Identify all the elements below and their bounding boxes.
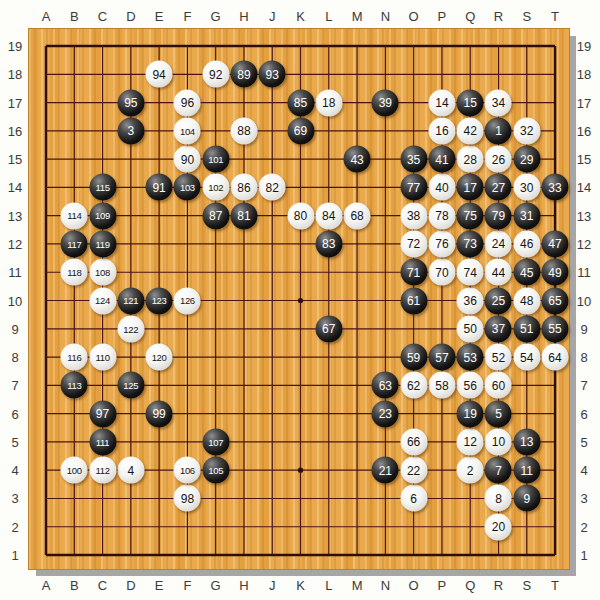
move-number: 84 [322,210,335,222]
coordinate-label: F [183,578,191,593]
move-number: 10 [492,436,505,448]
stone-white[interactable]: 64 [542,344,569,371]
coordinate-label: E [155,578,164,593]
stone-black[interactable]: 53 [457,344,484,371]
coordinate-label: 6 [11,406,18,421]
move-number: 121 [123,296,138,306]
move-number: 56 [464,379,477,391]
move-number: 57 [435,351,448,363]
stone-white[interactable]: 34 [485,89,512,116]
stone-white[interactable]: 48 [513,287,540,314]
stone-white[interactable]: 38 [400,202,427,229]
move-number: 54 [520,351,533,363]
move-number: 70 [435,266,448,278]
stone-white[interactable]: 16 [428,117,455,144]
coordinate-label: Q [465,578,475,593]
move-number: 97 [96,408,109,420]
move-number: 115 [95,183,109,193]
move-number: 21 [379,464,392,476]
stone-black[interactable]: 83 [315,230,342,257]
stone-black[interactable]: 99 [146,400,173,427]
move-number: 43 [350,153,363,165]
stone-white[interactable]: 112 [89,457,116,484]
coordinate-label: 19 [8,39,22,54]
move-number: 126 [180,296,195,306]
stone-black[interactable]: 13 [513,428,540,455]
move-number: 61 [407,295,420,307]
move-number: 13 [520,436,533,448]
stone-black[interactable]: 109 [89,202,116,229]
stone-black[interactable]: 111 [89,428,116,455]
stone-white[interactable]: 12 [457,428,484,455]
move-number: 94 [152,68,165,80]
stone-white[interactable]: 100 [61,457,88,484]
move-number: 64 [548,351,561,363]
stone-black[interactable]: 7 [485,457,512,484]
coordinate-label: J [269,9,276,24]
stone-black[interactable]: 37 [485,315,512,342]
stone-white[interactable]: 46 [513,230,540,257]
stone-black[interactable]: 107 [202,428,229,455]
stone-black[interactable]: 35 [400,146,427,173]
move-number: 91 [152,181,165,193]
move-number: 25 [492,295,505,307]
move-number: 86 [237,181,250,193]
move-number: 29 [520,153,533,165]
move-number: 60 [492,379,505,391]
move-number: 40 [435,181,448,193]
coordinate-label: 6 [580,406,587,421]
stone-white[interactable]: 126 [174,287,201,314]
stone-white[interactable]: 18 [315,89,342,116]
move-number: 36 [464,295,477,307]
stone-white[interactable]: 50 [457,315,484,342]
coordinate-label: 1 [580,548,587,563]
coordinate-label: 2 [580,519,587,534]
move-number: 125 [123,381,138,391]
coordinate-label: 15 [577,152,591,167]
move-number: 92 [209,68,222,80]
stone-black[interactable]: 19 [457,400,484,427]
stone-white[interactable]: 58 [428,372,455,399]
stone-white[interactable]: 8 [485,485,512,512]
stone-white[interactable]: 110 [89,344,116,371]
coordinate-label: 14 [8,180,22,195]
move-number: 102 [208,183,223,193]
stone-white[interactable]: 70 [428,259,455,286]
move-number: 41 [435,153,448,165]
stone-black[interactable]: 9 [513,485,540,512]
move-number: 79 [492,210,505,222]
move-number: 2 [467,464,474,476]
move-number: 26 [492,153,505,165]
coordinate-label: 19 [577,39,591,54]
coordinate-label: R [494,9,503,24]
move-number: 118 [67,267,81,277]
coordinate-label: S [522,578,531,593]
stone-white[interactable]: 4 [117,457,144,484]
coordinate-label: K [296,9,305,24]
move-number: 28 [464,153,477,165]
stone-black[interactable]: 45 [513,259,540,286]
move-number: 83 [322,238,335,250]
coordinate-label: A [42,9,51,24]
stone-white[interactable]: 40 [428,174,455,201]
stone-black[interactable]: 43 [344,146,371,173]
coordinate-label: L [325,578,332,593]
stone-white[interactable]: 90 [174,146,201,173]
stone-black[interactable]: 25 [485,287,512,314]
stone-white[interactable]: 30 [513,174,540,201]
stone-black[interactable]: 77 [400,174,427,201]
stone-black[interactable]: 23 [372,400,399,427]
coordinate-label: C [98,9,107,24]
stone-black[interactable]: 121 [117,287,144,314]
move-number: 89 [237,68,250,80]
move-number: 71 [407,266,420,278]
stone-white[interactable]: 80 [287,202,314,229]
stone-white[interactable]: 76 [428,230,455,257]
coordinate-label: N [381,578,390,593]
stone-white[interactable]: 10 [485,428,512,455]
coordinate-label: H [239,9,248,24]
stone-white[interactable]: 116 [61,344,88,371]
coordinate-label: H [239,578,248,593]
move-number: 16 [435,125,448,137]
stone-white[interactable]: 78 [428,202,455,229]
stone-white[interactable]: 94 [146,61,173,88]
coordinate-label: F [183,9,191,24]
stone-black[interactable]: 65 [542,287,569,314]
coordinate-label: 9 [11,321,18,336]
stone-black[interactable]: 81 [230,202,257,229]
coordinate-label: 16 [577,123,591,138]
stone-black[interactable]: 63 [372,372,399,399]
stone-black[interactable]: 117 [61,230,88,257]
move-number: 47 [548,238,561,250]
stone-black[interactable]: 69 [287,117,314,144]
coordinate-label: 12 [577,236,591,251]
stone-white[interactable]: 72 [400,230,427,257]
stone-white[interactable]: 122 [117,315,144,342]
move-number: 90 [181,153,194,165]
move-number: 20 [492,521,505,533]
move-number: 5 [495,408,502,420]
stone-white[interactable]: 32 [513,117,540,144]
stone-white[interactable]: 24 [485,230,512,257]
stone-black[interactable]: 5 [485,400,512,427]
move-number: 31 [520,210,533,222]
stone-black[interactable]: 85 [287,89,314,116]
move-number: 4 [127,464,134,476]
stone-white[interactable]: 114 [61,202,88,229]
move-number: 100 [67,465,82,475]
coordinate-label: 1 [11,548,18,563]
coordinate-label: D [126,9,135,24]
move-number: 38 [407,210,420,222]
coordinate-label: K [296,578,305,593]
stone-white[interactable]: 14 [428,89,455,116]
stone-black[interactable]: 113 [61,372,88,399]
move-number: 117 [67,239,81,249]
move-number: 69 [294,125,307,137]
stone-black[interactable]: 11 [513,457,540,484]
coordinate-label: 7 [580,378,587,393]
stone-black[interactable]: 1 [485,117,512,144]
coordinate-label: E [155,9,164,24]
move-number: 48 [520,295,533,307]
move-number: 51 [520,323,533,335]
coordinate-label: L [325,9,332,24]
stone-black[interactable]: 79 [485,202,512,229]
stone-white[interactable]: 6 [400,485,427,512]
move-number: 109 [95,211,110,221]
coordinate-label: R [494,578,503,593]
move-number: 14 [435,97,448,109]
stone-black[interactable]: 91 [146,174,173,201]
coordinate-label: B [70,578,79,593]
move-number: 95 [124,97,137,109]
stone-black[interactable]: 31 [513,202,540,229]
stone-black[interactable]: 101 [202,146,229,173]
stone-white[interactable]: 66 [400,428,427,455]
move-number: 110 [95,352,109,362]
move-number: 12 [464,436,477,448]
move-number: 33 [548,181,561,193]
stone-white[interactable]: 52 [485,344,512,371]
move-number: 65 [548,295,561,307]
move-number: 72 [407,238,420,250]
move-number: 107 [208,437,223,447]
move-number: 6 [410,492,417,504]
move-number: 8 [495,492,502,504]
coordinate-label: Q [465,9,475,24]
move-number: 120 [152,352,167,362]
move-number: 37 [492,323,505,335]
stone-black[interactable]: 67 [315,315,342,342]
move-number: 105 [208,465,223,475]
stone-black[interactable]: 105 [202,457,229,484]
move-number: 32 [520,125,533,137]
coordinate-label: 2 [11,519,18,534]
move-number: 82 [266,181,279,193]
stone-black[interactable]: 89 [230,61,257,88]
move-number: 73 [464,238,477,250]
coordinate-label: 4 [11,463,18,478]
stone-white[interactable]: 56 [457,372,484,399]
coordinate-label: A [42,578,51,593]
stone-white[interactable]: 108 [89,259,116,286]
coordinate-label: G [211,578,221,593]
stone-black[interactable]: 75 [457,202,484,229]
stone-white[interactable]: 92 [202,61,229,88]
stone-white[interactable]: 120 [146,344,173,371]
move-number: 15 [464,97,477,109]
stone-black[interactable]: 95 [117,89,144,116]
stone-black[interactable]: 41 [428,146,455,173]
stone-black[interactable]: 123 [146,287,173,314]
move-number: 66 [407,436,420,448]
stone-white[interactable]: 124 [89,287,116,314]
move-number: 106 [180,465,195,475]
stone-white[interactable]: 104 [174,117,201,144]
stone-white[interactable]: 42 [457,117,484,144]
coordinate-label: C [98,578,107,593]
coordinate-label: N [381,9,390,24]
stone-black[interactable]: 103 [174,174,201,201]
coordinate-label: 13 [577,208,591,223]
stone-black[interactable]: 15 [457,89,484,116]
move-number: 88 [237,125,250,137]
stone-white[interactable]: 22 [400,457,427,484]
move-number: 46 [520,238,533,250]
move-number: 49 [548,266,561,278]
move-number: 23 [379,408,392,420]
stone-black[interactable]: 57 [428,344,455,371]
move-number: 81 [237,210,250,222]
stone-black[interactable]: 21 [372,457,399,484]
stone-white[interactable]: 96 [174,89,201,116]
move-number: 52 [492,351,505,363]
coordinate-label: 11 [8,265,22,280]
stone-black[interactable]: 93 [259,61,286,88]
move-number: 7 [495,464,502,476]
stone-white[interactable]: 106 [174,457,201,484]
move-number: 27 [492,181,505,193]
stone-white[interactable]: 86 [230,174,257,201]
stone-white[interactable]: 54 [513,344,540,371]
coordinate-label: S [522,9,531,24]
stone-white[interactable]: 44 [485,259,512,286]
coordinate-label: J [269,578,276,593]
move-number: 35 [407,153,420,165]
stone-black[interactable]: 115 [89,174,116,201]
stone-black[interactable]: 33 [542,174,569,201]
move-number: 74 [464,266,477,278]
move-number: 104 [180,126,195,136]
stone-white[interactable]: 74 [457,259,484,286]
move-number: 67 [322,323,335,335]
stone-black[interactable]: 59 [400,344,427,371]
move-number: 80 [294,210,307,222]
move-number: 30 [520,181,533,193]
move-number: 98 [181,492,194,504]
stone-black[interactable]: 73 [457,230,484,257]
move-number: 17 [464,181,477,193]
move-number: 124 [95,296,110,306]
move-number: 112 [95,465,109,475]
coordinate-label: P [438,578,447,593]
move-number: 96 [181,97,194,109]
move-number: 42 [464,125,477,137]
coordinate-label: 10 [577,293,591,308]
stone-white[interactable]: 26 [485,146,512,173]
stone-black[interactable]: 97 [89,400,116,427]
move-number: 116 [67,352,81,362]
move-number: 108 [95,267,110,277]
stone-white[interactable]: 118 [61,259,88,286]
move-number: 111 [96,437,110,447]
stone-white[interactable]: 68 [344,202,371,229]
move-number: 50 [464,323,477,335]
move-number: 18 [322,97,335,109]
move-number: 34 [492,97,505,109]
coordinate-label: M [352,578,363,593]
move-number: 87 [209,210,222,222]
stone-black[interactable]: 17 [457,174,484,201]
stone-white[interactable]: 88 [230,117,257,144]
coordinate-label: 14 [577,180,591,195]
stone-white[interactable]: 98 [174,485,201,512]
stone-white[interactable]: 60 [485,372,512,399]
stone-white[interactable]: 62 [400,372,427,399]
coordinate-label: T [551,578,559,593]
coordinate-label: 18 [577,67,591,82]
stone-black[interactable]: 125 [117,372,144,399]
move-number: 53 [464,351,477,363]
move-number: 3 [127,125,134,137]
coordinate-label: 13 [8,208,22,223]
coordinate-label: T [551,9,559,24]
coordinate-label: 15 [8,152,22,167]
move-number: 59 [407,351,420,363]
move-number: 76 [435,238,448,250]
stone-black[interactable]: 29 [513,146,540,173]
stone-white[interactable]: 36 [457,287,484,314]
move-number: 9 [523,492,530,504]
stone-white[interactable]: 20 [485,513,512,540]
stone-black[interactable]: 39 [372,89,399,116]
move-number: 103 [180,183,195,193]
coordinate-label: 18 [8,67,22,82]
move-number: 1 [495,125,502,137]
move-number: 44 [492,266,505,278]
move-number: 119 [95,239,109,249]
stone-black[interactable]: 47 [542,230,569,257]
stone-black[interactable]: 27 [485,174,512,201]
move-number: 11 [521,464,533,476]
coordinate-label: 16 [8,123,22,138]
coordinate-label: 10 [8,293,22,308]
coordinate-label: 11 [577,265,591,280]
stone-black[interactable]: 61 [400,287,427,314]
move-number: 45 [520,266,533,278]
stone-black[interactable]: 119 [89,230,116,257]
move-number: 85 [294,97,307,109]
move-number: 99 [152,408,165,420]
stone-black[interactable]: 55 [542,315,569,342]
stone-black[interactable]: 51 [513,315,540,342]
coordinate-label: D [126,578,135,593]
move-number: 39 [379,97,392,109]
move-number: 78 [435,210,448,222]
stone-white[interactable]: 82 [259,174,286,201]
stone-white[interactable]: 28 [457,146,484,173]
move-number: 122 [123,324,138,334]
stone-black[interactable]: 49 [542,259,569,286]
stone-black[interactable]: 87 [202,202,229,229]
stone-black[interactable]: 3 [117,117,144,144]
stone-white[interactable]: 102 [202,174,229,201]
stone-black[interactable]: 71 [400,259,427,286]
coordinate-label: 8 [11,350,18,365]
move-number: 62 [407,379,420,391]
stone-white[interactable]: 84 [315,202,342,229]
move-number: 58 [435,379,448,391]
coordinate-label: 3 [11,491,18,506]
stone-white[interactable]: 2 [457,457,484,484]
go-board-diagram: ABCDEFGHJKLMNOPQRST ABCDEFGHJKLMNOPQRST … [0,0,600,600]
